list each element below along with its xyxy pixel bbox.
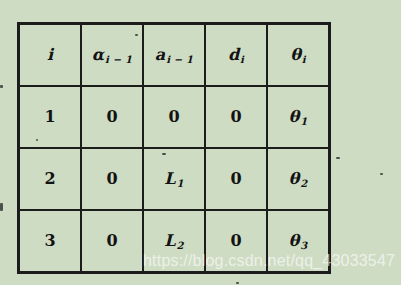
- cell-value: 0: [168, 109, 179, 125]
- scan-speck: [135, 34, 138, 36]
- scan-speck: [36, 139, 38, 141]
- cell-value: 3: [44, 233, 55, 249]
- scan-speck: [0, 203, 3, 211]
- table-cell-r2-theta: θ 2: [267, 148, 329, 210]
- scan-speck: [380, 173, 383, 175]
- header-symbol: d: [228, 47, 239, 63]
- header-subscript: i − 1: [166, 55, 193, 65]
- cell-value: L: [164, 233, 175, 249]
- header-symbol: θ: [290, 47, 301, 63]
- cell-subscript: 1: [300, 117, 307, 127]
- header-symbol: a: [155, 47, 165, 63]
- cell-value: 0: [230, 233, 241, 249]
- table-cell-r1-a: 0: [143, 86, 205, 148]
- header-cell-i: i: [19, 24, 81, 86]
- cell-subscript: 3: [300, 241, 307, 251]
- cell-value: 0: [230, 171, 241, 187]
- table-cell-r2-alpha: 0: [81, 148, 143, 210]
- table-cell-r1-theta: θ 1: [267, 86, 329, 148]
- header-subscript: i: [302, 55, 306, 65]
- scan-speck: [162, 153, 166, 155]
- cell-value: θ: [289, 109, 300, 125]
- scan-speck: [0, 85, 3, 88]
- header-cell-alpha: α i − 1: [81, 24, 143, 86]
- cell-value: 1: [44, 109, 55, 125]
- header-subscript: i: [240, 55, 244, 65]
- header-subscript: i − 1: [105, 55, 132, 65]
- cell-value: L: [164, 171, 175, 187]
- table-cell-r1-i: 1: [19, 86, 81, 148]
- header-cell-d: d i: [205, 24, 267, 86]
- table-cell-r3-i: 3: [19, 210, 81, 272]
- table-cell-r1-d: 0: [205, 86, 267, 148]
- cell-subscript: 2: [177, 241, 184, 251]
- scanned-page: i α i − 1 a i − 1 d i θ i 1 0 0 0: [0, 0, 401, 285]
- header-cell-theta: θ i: [267, 24, 329, 86]
- csdn-watermark: https://blog.csdn.net/qq_43033547: [143, 252, 395, 270]
- table-cell-r1-alpha: 0: [81, 86, 143, 148]
- cell-value: 0: [106, 233, 117, 249]
- cell-value: 0: [230, 109, 241, 125]
- cell-value: θ: [289, 233, 300, 249]
- table-cell-r3-alpha: 0: [81, 210, 143, 272]
- table-cell-r2-i: 2: [19, 148, 81, 210]
- cell-value: 2: [44, 171, 55, 187]
- cell-value: θ: [289, 171, 300, 187]
- table-cell-r2-a: L 1: [143, 148, 205, 210]
- dh-parameter-table: i α i − 1 a i − 1 d i θ i 1 0 0 0: [17, 22, 331, 274]
- header-symbol: i: [47, 47, 53, 63]
- table-cell-r2-d: 0: [205, 148, 267, 210]
- cell-value: 0: [106, 109, 117, 125]
- scan-speck: [336, 157, 340, 159]
- cell-subscript: 2: [300, 179, 307, 189]
- header-symbol: α: [92, 47, 104, 63]
- cell-subscript: 1: [177, 179, 184, 189]
- header-cell-a: a i − 1: [143, 24, 205, 86]
- scan-speck: [236, 282, 239, 284]
- cell-value: 0: [106, 171, 117, 187]
